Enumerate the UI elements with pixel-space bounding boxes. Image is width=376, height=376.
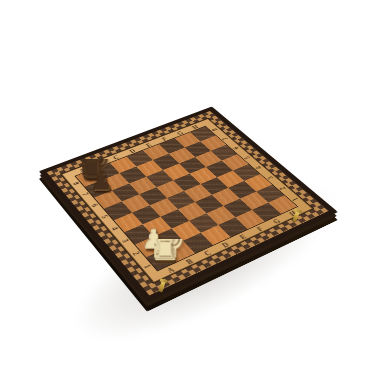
rank-label-glyph: 7: [221, 136, 230, 140]
piece-white-rook-a1[interactable]: ♜: [154, 239, 176, 263]
piece-black-pawn-a7[interactable]: ♟: [92, 170, 112, 192]
black-pawn-icon: ♟: [91, 170, 113, 194]
rank-label-glyph: 3: [266, 175, 275, 180]
white-rook-icon: ♜: [151, 233, 180, 265]
rank-label-glyph: 5: [243, 155, 252, 160]
rank-label-glyph: 4: [254, 165, 263, 170]
perspective-scene: AABBCCDDEEFFGGHH1122334455667788 ♜♞♝♛♚♝♞…: [0, 0, 376, 376]
product-photo-stage: AABBCCDDEEFFGGHH1122334455667788 ♜♞♝♛♚♝♞…: [0, 0, 376, 376]
chess-board: AABBCCDDEEFFGGHH1122334455667788 ♜♞♝♛♚♝♞…: [39, 107, 338, 303]
board-pieces: ♜♞♝♛♚♝♞♜♟♟♟♟♟♟♟♟♟♟♟♟♟♟♟♟♜♞♝♛♚♝♞♜: [39, 107, 338, 303]
rank-label-glyph: 2: [278, 185, 287, 190]
rank-label-glyph: 8: [71, 181, 81, 186]
rank-label-glyph: 8: [210, 127, 219, 131]
rank-label-glyph: 6: [231, 145, 240, 150]
